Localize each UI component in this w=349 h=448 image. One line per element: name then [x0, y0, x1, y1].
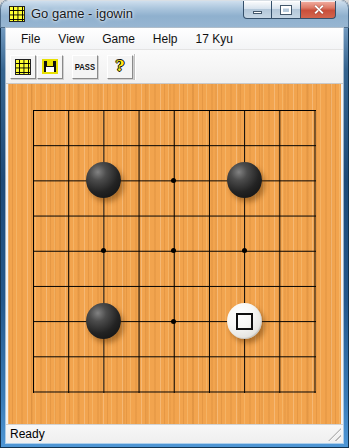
board-point[interactable]	[15, 268, 50, 303]
board-point[interactable]	[297, 304, 332, 339]
board-point[interactable]	[227, 304, 262, 339]
maximize-button[interactable]	[272, 1, 300, 19]
board-point[interactable]	[51, 198, 86, 233]
board-point[interactable]	[15, 339, 50, 374]
board-point[interactable]	[262, 374, 297, 409]
board-point[interactable]	[191, 268, 226, 303]
go-board-icon	[15, 59, 31, 75]
menu-bar: File View Game Help 17 Kyu	[6, 28, 343, 50]
board-point[interactable]	[15, 304, 50, 339]
board-point[interactable]	[15, 374, 50, 409]
board-point[interactable]	[191, 304, 226, 339]
minimize-icon	[253, 11, 262, 14]
board-point[interactable]	[51, 128, 86, 163]
menu-rank-17-kyu[interactable]: 17 Kyu	[187, 29, 242, 49]
menu-game[interactable]: Game	[93, 29, 144, 49]
minimize-button[interactable]	[243, 1, 272, 19]
board-point[interactable]	[156, 304, 191, 339]
status-text: Ready	[6, 427, 45, 441]
board-point[interactable]	[86, 304, 121, 339]
board-point[interactable]	[86, 374, 121, 409]
board-point[interactable]	[156, 92, 191, 127]
board-point[interactable]	[262, 163, 297, 198]
hoshi-dot	[171, 319, 176, 324]
save-floppy-icon	[42, 59, 58, 74]
resize-grip[interactable]	[328, 428, 341, 441]
maximize-icon	[281, 6, 291, 14]
hoshi-dot	[171, 248, 176, 253]
board-point[interactable]	[227, 92, 262, 127]
board-point[interactable]	[297, 198, 332, 233]
board-point[interactable]	[15, 128, 50, 163]
board-point[interactable]	[297, 92, 332, 127]
board-point[interactable]	[156, 198, 191, 233]
board-point[interactable]	[51, 268, 86, 303]
hoshi-dot	[171, 178, 176, 183]
board-point[interactable]	[156, 128, 191, 163]
board-point[interactable]	[227, 128, 262, 163]
board-point[interactable]	[297, 163, 332, 198]
board-point[interactable]	[227, 198, 262, 233]
board-point[interactable]	[86, 233, 121, 268]
board-point[interactable]	[297, 268, 332, 303]
board-point[interactable]	[262, 339, 297, 374]
save-button[interactable]	[37, 55, 63, 79]
board-point[interactable]	[227, 163, 262, 198]
board-point[interactable]	[15, 198, 50, 233]
new-board-button[interactable]	[10, 55, 36, 79]
board-point[interactable]	[262, 304, 297, 339]
board-point[interactable]	[191, 339, 226, 374]
help-button[interactable]: ?	[107, 55, 133, 79]
board-point[interactable]	[262, 198, 297, 233]
question-mark-icon: ?	[116, 59, 125, 74]
close-icon	[313, 4, 324, 15]
board-point[interactable]	[191, 92, 226, 127]
board-point[interactable]	[121, 233, 156, 268]
board-point[interactable]	[86, 163, 121, 198]
board-point[interactable]	[262, 92, 297, 127]
board-point[interactable]	[191, 128, 226, 163]
board-point[interactable]	[227, 339, 262, 374]
board-point[interactable]	[191, 233, 226, 268]
board-point[interactable]	[51, 339, 86, 374]
board-point[interactable]	[86, 198, 121, 233]
board-point[interactable]	[121, 92, 156, 127]
menu-view[interactable]: View	[49, 29, 93, 49]
board-point[interactable]	[15, 233, 50, 268]
menu-file[interactable]: File	[12, 29, 49, 49]
board-point[interactable]	[262, 233, 297, 268]
hoshi-dot	[101, 248, 106, 253]
board-point[interactable]	[262, 128, 297, 163]
board-point[interactable]	[86, 92, 121, 127]
board-point[interactable]	[51, 304, 86, 339]
board-point[interactable]	[15, 92, 50, 127]
board-point[interactable]	[156, 163, 191, 198]
board-point[interactable]	[121, 374, 156, 409]
go-board[interactable]	[8, 84, 341, 424]
board-point[interactable]	[227, 268, 262, 303]
app-icon	[9, 6, 25, 22]
board-point[interactable]	[156, 374, 191, 409]
pass-button[interactable]: PASS	[72, 55, 98, 79]
board-point[interactable]	[297, 128, 332, 163]
board-point[interactable]	[51, 163, 86, 198]
board-point[interactable]	[121, 198, 156, 233]
hoshi-dot	[242, 248, 247, 253]
board-point[interactable]	[121, 163, 156, 198]
board-point[interactable]	[86, 339, 121, 374]
toolbar-separator	[134, 54, 135, 80]
title-bar[interactable]: Go game - igowin	[0, 0, 349, 28]
board-point[interactable]	[297, 374, 332, 409]
board-point[interactable]	[297, 233, 332, 268]
board-point[interactable]	[227, 374, 262, 409]
caption-buttons	[243, 1, 336, 19]
board-point[interactable]	[121, 128, 156, 163]
board-point[interactable]	[227, 233, 262, 268]
board-point[interactable]	[86, 268, 121, 303]
board-point[interactable]	[156, 339, 191, 374]
board-point[interactable]	[262, 268, 297, 303]
board-point[interactable]	[156, 233, 191, 268]
black-stone	[86, 162, 121, 198]
client-area: File View Game Help 17 Kyu PASS ?	[6, 28, 343, 443]
status-bar: Ready	[6, 424, 343, 443]
board-point[interactable]	[51, 233, 86, 268]
board-point[interactable]	[191, 374, 226, 409]
black-stone	[227, 162, 262, 198]
app-window: Go game - igowin File View Game Help 17 …	[0, 0, 349, 448]
board-point[interactable]	[191, 198, 226, 233]
menu-help[interactable]: Help	[144, 29, 187, 49]
pass-button-label: PASS	[75, 62, 95, 72]
board-point[interactable]	[51, 92, 86, 127]
window-title: Go game - igowin	[31, 6, 133, 21]
toolbar: PASS ?	[6, 50, 343, 84]
stone-layer	[15, 92, 332, 409]
board-point[interactable]	[15, 163, 50, 198]
board-point[interactable]	[191, 163, 226, 198]
board-point[interactable]	[121, 304, 156, 339]
board-point[interactable]	[297, 339, 332, 374]
last-move-marker	[236, 313, 253, 330]
board-point[interactable]	[156, 268, 191, 303]
board-point[interactable]	[86, 128, 121, 163]
board-point[interactable]	[121, 339, 156, 374]
board-point[interactable]	[51, 374, 86, 409]
black-stone	[86, 303, 121, 339]
white-stone	[227, 303, 262, 339]
close-button[interactable]	[300, 1, 336, 19]
board-point[interactable]	[121, 268, 156, 303]
